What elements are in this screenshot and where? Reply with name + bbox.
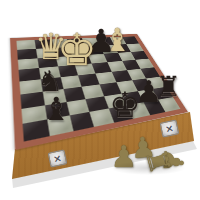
piece-white-king-d6[interactable]: ♚: [57, 28, 96, 72]
offboard-pieces-shadow: [110, 161, 186, 175]
clasp-ornament: ×: [164, 123, 174, 135]
clasp-ornament: ×: [52, 153, 62, 165]
piece-black-king-f1[interactable]: ♚: [109, 88, 140, 123]
piece-black-bishop-b2[interactable]: ♝: [42, 93, 71, 125]
chess-set-photo: × × ♝♟♛♚♞♜♟♚♝♟♟♜♟: [0, 0, 200, 200]
